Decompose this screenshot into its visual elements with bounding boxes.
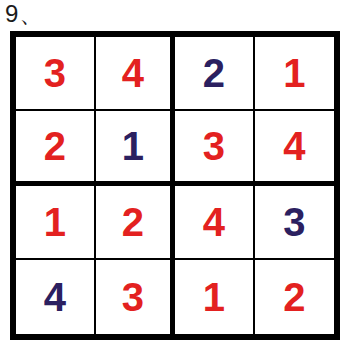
sudoku-cell-r4c2: 3 — [96, 260, 176, 334]
sudoku-cell-r1c1: 3 — [16, 37, 96, 111]
sudoku-cell-r4c3: 1 — [175, 260, 255, 334]
sudoku-cell-r3c3: 4 — [175, 186, 255, 260]
sudoku-cell-r2c1: 2 — [16, 111, 96, 185]
sudoku-cell-r2c2: 1 — [96, 111, 176, 185]
sudoku-cell-r4c4: 2 — [255, 260, 335, 334]
sudoku-cell-r1c3: 2 — [175, 37, 255, 111]
sudoku-cell-r1c4: 1 — [255, 37, 335, 111]
sudoku-cell-r3c4: 3 — [255, 186, 335, 260]
sudoku-cell-r2c4: 4 — [255, 111, 335, 185]
worksheet-page: 9、 3421213412434312 — [0, 0, 346, 345]
sudoku-cell-r2c3: 3 — [175, 111, 255, 185]
sudoku-cell-r3c2: 2 — [96, 186, 176, 260]
puzzle-number-label: 9、 — [5, 0, 44, 28]
sudoku-cell-r1c2: 4 — [96, 37, 176, 111]
sudoku-cell-r4c1: 4 — [16, 260, 96, 334]
sudoku-cell-r3c1: 1 — [16, 186, 96, 260]
sudoku-board: 3421213412434312 — [10, 31, 340, 340]
